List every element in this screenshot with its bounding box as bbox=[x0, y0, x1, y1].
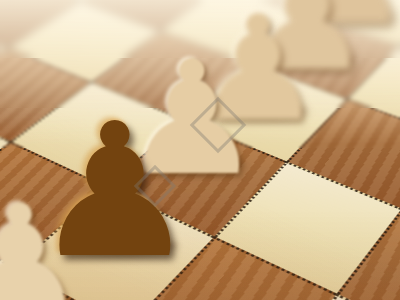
chessboard-photo: ♟♟♟♟♟♟ bbox=[0, 0, 400, 300]
chess-board bbox=[0, 0, 400, 300]
